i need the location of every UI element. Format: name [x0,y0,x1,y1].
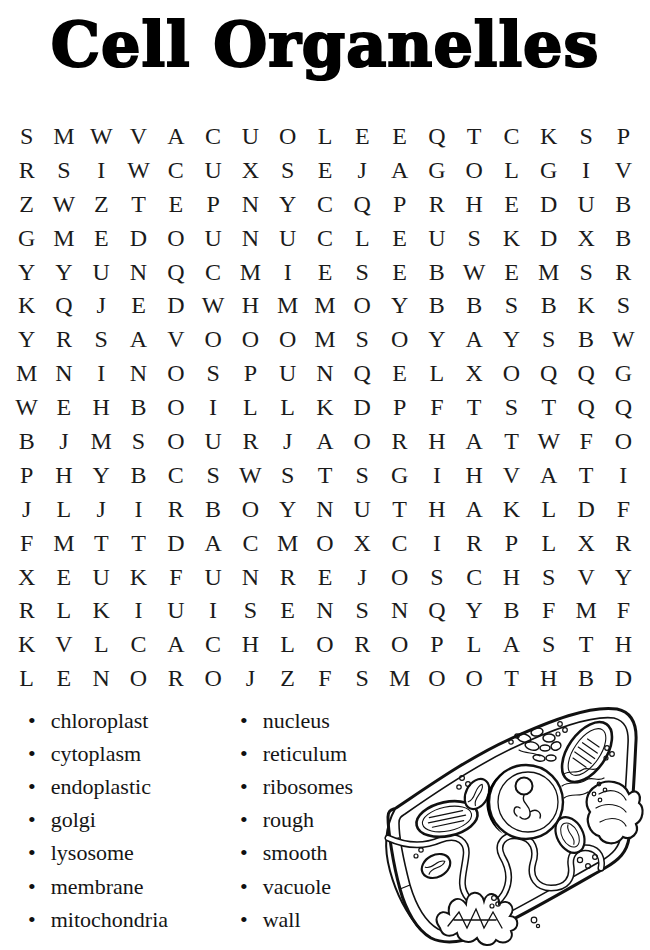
grid-cell[interactable]: I [605,458,642,492]
bullet-icon: • [28,909,36,931]
grid-cell[interactable]: R [605,526,642,560]
grid-cell[interactable]: K [493,492,530,526]
grid-cell[interactable]: H [232,288,269,322]
grid-cell[interactable]: H [232,627,269,661]
grid-cell[interactable]: N [232,560,269,594]
grid-cell[interactable]: T [120,526,157,560]
grid-cell[interactable]: M [232,255,269,289]
grid-cell[interactable]: T [456,119,493,153]
grid-cell[interactable]: U [194,424,231,458]
grid-cell[interactable]: O [120,661,157,695]
grid-cell[interactable]: R [157,661,194,695]
grid-cell[interactable]: W [232,458,269,492]
grid-cell[interactable]: O [194,661,231,695]
grid-cell[interactable]: J [269,424,306,458]
grid-cell[interactable]: N [120,356,157,390]
grid-cell[interactable]: Q [344,356,381,390]
grid-cell[interactable]: A [493,627,530,661]
grid-cell[interactable]: X [344,526,381,560]
grid-cell[interactable]: M [45,119,82,153]
grid-cell[interactable]: U [194,221,231,255]
grid-cell[interactable]: C [157,153,194,187]
grid-cell[interactable]: U [83,255,120,289]
word-label: vacuole [263,874,331,900]
grid-cell[interactable]: S [344,255,381,289]
grid-cell[interactable]: P [493,526,530,560]
grid-cell[interactable]: S [530,322,567,356]
grid-cell[interactable]: O [269,119,306,153]
grid-cell[interactable]: L [45,492,82,526]
grid-cell[interactable]: D [120,221,157,255]
grid-cell[interactable]: C [306,221,343,255]
grid-cell[interactable]: P [605,119,642,153]
grid-cell[interactable]: X [232,153,269,187]
grid-cell[interactable]: J [83,288,120,322]
grid-cell[interactable]: V [45,627,82,661]
grid-cell[interactable]: D [344,390,381,424]
grid-cell[interactable]: V [605,153,642,187]
grid-cell[interactable]: J [344,560,381,594]
grid-cell[interactable]: X [567,221,604,255]
grid-cell[interactable]: P [8,458,45,492]
grid-cell[interactable]: E [306,255,343,289]
grid-cell[interactable]: Q [567,390,604,424]
grid-cell[interactable]: E [344,119,381,153]
grid-cell[interactable]: F [567,424,604,458]
grid-cell[interactable]: O [381,322,418,356]
grid-cell[interactable]: L [306,119,343,153]
word-list-col-2: •nucleus•reticulum•ribosomes•rough•smoot… [240,704,378,936]
grid-cell[interactable]: B [456,288,493,322]
grid-cell[interactable]: W [194,288,231,322]
grid-cell[interactable]: G [605,356,642,390]
grid-cell[interactable]: S [344,593,381,627]
grid-cell[interactable]: O [157,390,194,424]
grid-cell[interactable]: W [45,187,82,221]
grid-cell[interactable]: R [8,593,45,627]
grid-cell[interactable]: I [83,356,120,390]
grid-cell[interactable]: C [456,560,493,594]
grid-cell[interactable]: Q [567,356,604,390]
grid-cell[interactable]: Z [8,187,45,221]
grid-cell[interactable]: T [83,526,120,560]
grid-cell[interactable]: K [567,288,604,322]
grid-cell[interactable]: Y [418,322,455,356]
grid-cell[interactable]: A [157,627,194,661]
grid-cell[interactable]: L [269,627,306,661]
grid-cell[interactable]: E [120,288,157,322]
grid-cell[interactable]: Y [381,288,418,322]
bullet-icon: • [28,876,36,898]
grid-cell[interactable]: I [120,593,157,627]
grid-cell[interactable]: J [232,661,269,695]
grid-cell[interactable]: N [306,356,343,390]
grid-cell[interactable]: Z [269,661,306,695]
grid-cell[interactable]: G [418,153,455,187]
grid-cell[interactable]: E [45,661,82,695]
grid-cell[interactable]: R [269,560,306,594]
grid-cell[interactable]: A [456,492,493,526]
grid-cell[interactable]: L [344,221,381,255]
grid-cell[interactable]: D [530,221,567,255]
grid-cell[interactable]: R [381,424,418,458]
grid-cell[interactable]: M [306,322,343,356]
grid-cell[interactable]: L [45,593,82,627]
grid-cell[interactable]: L [530,492,567,526]
grid-cell[interactable]: Y [493,322,530,356]
grid-cell[interactable]: U [567,187,604,221]
grid-cell[interactable]: M [306,288,343,322]
grid-cell[interactable]: E [45,390,82,424]
grid-cell[interactable]: D [530,187,567,221]
grid-cell[interactable]: J [45,424,82,458]
grid-cell[interactable]: R [8,153,45,187]
grid-cell[interactable]: L [493,153,530,187]
grid-cell[interactable]: B [567,322,604,356]
grid-cell[interactable]: R [157,492,194,526]
grid-cell[interactable]: Q [605,390,642,424]
grid-cell[interactable]: U [194,153,231,187]
grid-cell[interactable]: N [120,255,157,289]
grid-cell[interactable]: T [567,627,604,661]
folded-organelle [437,893,518,945]
right-organelle [587,782,643,844]
grid-cell[interactable]: U [194,560,231,594]
grid-cell[interactable]: V [120,119,157,153]
grid-cell[interactable]: W [83,119,120,153]
grid-cell[interactable]: X [8,560,45,594]
grid-cell[interactable]: K [493,221,530,255]
grid-cell[interactable]: C [306,187,343,221]
grid-cell[interactable]: I [269,255,306,289]
grid-cell[interactable]: U [157,593,194,627]
grid-cell[interactable]: T [530,390,567,424]
grid-cell[interactable]: J [344,153,381,187]
grid-cell[interactable]: O [194,322,231,356]
grid-cell[interactable]: U [269,356,306,390]
grid-cell[interactable]: S [8,119,45,153]
grid-cell[interactable]: W [605,322,642,356]
grid-cell[interactable]: C [493,119,530,153]
grid-cell[interactable]: E [493,187,530,221]
grid-cell[interactable]: R [232,424,269,458]
grid-cell[interactable]: E [381,255,418,289]
grid-cell[interactable]: N [45,356,82,390]
grid-cell[interactable]: I [418,458,455,492]
grid-cell[interactable]: C [194,255,231,289]
grid-cell[interactable]: S [194,458,231,492]
grid-cell[interactable]: B [194,492,231,526]
grid-cell[interactable]: B [418,255,455,289]
grid-cell[interactable]: S [269,458,306,492]
grid-cell[interactable]: O [157,356,194,390]
grid-cell[interactable]: O [232,322,269,356]
grid-cell[interactable]: T [493,424,530,458]
grid-cell[interactable]: S [120,424,157,458]
grid-cell[interactable]: A [120,322,157,356]
grid-cell[interactable]: S [269,153,306,187]
grid-cell[interactable]: S [493,288,530,322]
grid-cell[interactable]: N [306,492,343,526]
grid-cell[interactable]: F [157,560,194,594]
grid-cell[interactable]: S [344,322,381,356]
grid-cell[interactable]: H [418,424,455,458]
grid-cell[interactable]: M [45,526,82,560]
grid-cell[interactable]: S [605,288,642,322]
grid-cell[interactable]: H [45,458,82,492]
grid-cell[interactable]: U [83,560,120,594]
grid-cell[interactable]: S [530,560,567,594]
grid-cell[interactable]: T [120,187,157,221]
grid-cell[interactable]: N [381,593,418,627]
grid-cell[interactable]: Y [269,492,306,526]
grid-cell[interactable]: B [493,593,530,627]
grid-cell[interactable]: P [381,390,418,424]
grid-cell[interactable]: G [381,458,418,492]
bullet-icon: • [240,710,248,732]
grid-cell[interactable]: S [232,593,269,627]
grid-cell[interactable]: Q [344,187,381,221]
grid-cell[interactable]: E [83,221,120,255]
grid-cell[interactable]: K [120,560,157,594]
grid-cell[interactable]: S [530,627,567,661]
grid-cell[interactable]: U [232,119,269,153]
grid-cell[interactable]: O [456,153,493,187]
grid-cell[interactable]: K [530,119,567,153]
grid-cell[interactable]: A [306,424,343,458]
grid-cell[interactable]: Y [8,322,45,356]
grid-cell[interactable]: R [45,322,82,356]
grid-cell[interactable]: I [83,153,120,187]
grid-cell[interactable]: B [120,458,157,492]
grid-cell[interactable]: S [493,390,530,424]
grid-cell[interactable]: W [530,424,567,458]
grid-cell[interactable]: N [232,187,269,221]
grid-cell[interactable]: C [232,526,269,560]
grid-cell[interactable]: F [605,492,642,526]
grid-cell[interactable]: V [567,560,604,594]
word-list-col-1: •chloroplast•cytoplasm•endoplastic•golgi… [28,704,240,936]
grid-cell[interactable]: W [456,255,493,289]
grid-cell[interactable]: B [605,187,642,221]
grid-cell[interactable]: Q [157,255,194,289]
grid-cell[interactable]: S [418,560,455,594]
grid-cell[interactable]: O [157,221,194,255]
word-list-item: •nucleus [240,704,378,737]
grid-cell[interactable]: Z [83,187,120,221]
grid-cell[interactable]: T [456,390,493,424]
grid-cell[interactable]: Y [605,560,642,594]
grid-cell[interactable]: G [530,153,567,187]
grid-cell[interactable]: A [381,153,418,187]
grid-cell[interactable]: R [344,627,381,661]
grid-cell[interactable]: B [605,221,642,255]
grid-cell[interactable]: O [493,356,530,390]
grid-cell[interactable]: A [530,458,567,492]
word-list-item: •membrane [28,870,240,903]
grid-cell[interactable]: C [194,627,231,661]
grid-cell[interactable]: F [418,390,455,424]
grid-cell[interactable]: V [157,322,194,356]
grid-cell[interactable]: M [269,288,306,322]
grid-cell[interactable]: Y [456,593,493,627]
grid-cell[interactable]: O [344,424,381,458]
grid-cell[interactable]: T [567,458,604,492]
grid-cell[interactable]: Y [8,255,45,289]
grid-cell[interactable]: E [157,187,194,221]
grid-cell[interactable]: Y [83,458,120,492]
grid-cell[interactable]: P [381,187,418,221]
grid-cell[interactable]: N [232,221,269,255]
grid-cell[interactable]: S [45,153,82,187]
grid-cell[interactable]: W [120,153,157,187]
grid-cell[interactable]: M [567,593,604,627]
grid-cell[interactable]: L [456,627,493,661]
grid-cell[interactable]: F [306,661,343,695]
grid-cell[interactable]: E [45,560,82,594]
bullet-icon: • [28,809,36,831]
grid-cell[interactable]: Q [45,288,82,322]
grid-cell[interactable]: X [456,356,493,390]
grid-cell[interactable]: M [83,424,120,458]
grid-cell[interactable]: Y [269,187,306,221]
grid-cell[interactable]: O [269,322,306,356]
grid-cell[interactable]: O [605,424,642,458]
grid-cell[interactable]: I [194,593,231,627]
grid-cell[interactable]: M [269,526,306,560]
grid-cell[interactable]: H [493,560,530,594]
grid-cell[interactable]: E [381,356,418,390]
grid-cell[interactable]: R [456,526,493,560]
grid-cell[interactable]: L [232,390,269,424]
grid-cell[interactable]: M [530,255,567,289]
grid-cell[interactable]: K [8,288,45,322]
grid-cell[interactable]: K [306,390,343,424]
grid-cell[interactable]: P [194,187,231,221]
grid-cell[interactable]: T [306,458,343,492]
grid-cell[interactable]: V [493,458,530,492]
grid-cell[interactable]: M [8,356,45,390]
grid-cell[interactable]: L [530,526,567,560]
grid-cell[interactable]: B [120,390,157,424]
grid-cell[interactable]: H [456,187,493,221]
grid-cell[interactable]: U [418,221,455,255]
grid-cell[interactable]: A [157,119,194,153]
grid-cell[interactable]: T [381,492,418,526]
grid-cell[interactable]: H [456,458,493,492]
grid-cell[interactable]: U [269,221,306,255]
grid-cell[interactable]: H [83,390,120,424]
grid-cell[interactable]: G [8,221,45,255]
grid-cell[interactable]: S [456,221,493,255]
grid-cell[interactable]: I [418,526,455,560]
grid-cell[interactable]: O [306,526,343,560]
grid-cell[interactable]: X [567,526,604,560]
word-list-item: •cytoplasm [28,737,240,770]
grid-cell[interactable]: S [344,458,381,492]
grid-cell[interactable]: L [8,661,45,695]
grid-cell[interactable]: O [344,288,381,322]
grid-cell[interactable]: E [269,593,306,627]
grid-cell[interactable]: D [567,492,604,526]
word-label: rough [263,807,314,833]
grid-cell[interactable]: K [83,593,120,627]
grid-cell[interactable]: L [83,627,120,661]
grid-cell[interactable]: I [567,153,604,187]
word-list-item: •rough [240,804,378,837]
grid-cell[interactable]: E [306,153,343,187]
grid-cell[interactable]: H [418,492,455,526]
grid-cell[interactable]: D [157,526,194,560]
grid-cell[interactable]: L [269,390,306,424]
grid-cell[interactable]: D [157,288,194,322]
grid-cell[interactable]: H [605,627,642,661]
grid-cell[interactable]: R [605,255,642,289]
grid-cell[interactable]: Y [45,255,82,289]
grid-cell[interactable]: O [381,627,418,661]
grid-cell[interactable]: F [530,593,567,627]
grid-cell[interactable]: P [232,356,269,390]
grid-cell[interactable]: Q [418,119,455,153]
grid-cell[interactable]: A [456,322,493,356]
grid-cell[interactable]: A [456,424,493,458]
grid-cell[interactable]: J [8,492,45,526]
grid-cell[interactable]: B [418,288,455,322]
grid-cell[interactable]: W [8,390,45,424]
grid-cell[interactable]: N [83,661,120,695]
grid-cell[interactable]: B [8,424,45,458]
grid-cell[interactable]: L [418,356,455,390]
grid-cell[interactable]: Q [418,593,455,627]
grid-cell[interactable]: S [194,356,231,390]
grid-cell[interactable]: C [381,526,418,560]
grid-cell[interactable]: O [232,492,269,526]
grid-cell[interactable]: S [567,119,604,153]
grid-cell[interactable]: O [306,627,343,661]
grid-cell[interactable]: O [381,560,418,594]
grid-cell[interactable]: E [306,560,343,594]
word-search-grid: SMWVACUOLEEQTCKSPRSIWCUXSEJAGOLGIVZWZTEP… [8,119,642,695]
page-title: Cell Organelles [0,12,650,77]
grid-cell[interactable]: F [8,526,45,560]
grid-cell[interactable]: C [194,119,231,153]
grid-cell[interactable]: M [45,221,82,255]
grid-cell[interactable]: O [157,424,194,458]
grid-cell[interactable]: P [418,627,455,661]
word-list-item: •lysosome [28,837,240,870]
grid-cell[interactable]: C [157,458,194,492]
grid-cell[interactable]: E [381,119,418,153]
grid-cell[interactable]: N [306,593,343,627]
grid-cell[interactable]: A [194,526,231,560]
word-label: lysosome [51,840,134,866]
grid-cell[interactable]: K [8,627,45,661]
grid-cell[interactable]: J [83,492,120,526]
word-list-item: •wall [240,903,378,936]
grid-cell[interactable]: E [493,255,530,289]
grid-cell[interactable]: I [194,390,231,424]
grid-cell[interactable]: I [120,492,157,526]
grid-cell[interactable]: B [530,288,567,322]
grid-cell[interactable]: F [605,593,642,627]
grid-cell[interactable]: Q [530,356,567,390]
grid-cell[interactable]: R [418,187,455,221]
grid-cell[interactable]: E [381,221,418,255]
grid-cell[interactable]: S [567,255,604,289]
grid-cell[interactable]: C [120,627,157,661]
grid-cell[interactable]: U [344,492,381,526]
grid-cell[interactable]: S [83,322,120,356]
